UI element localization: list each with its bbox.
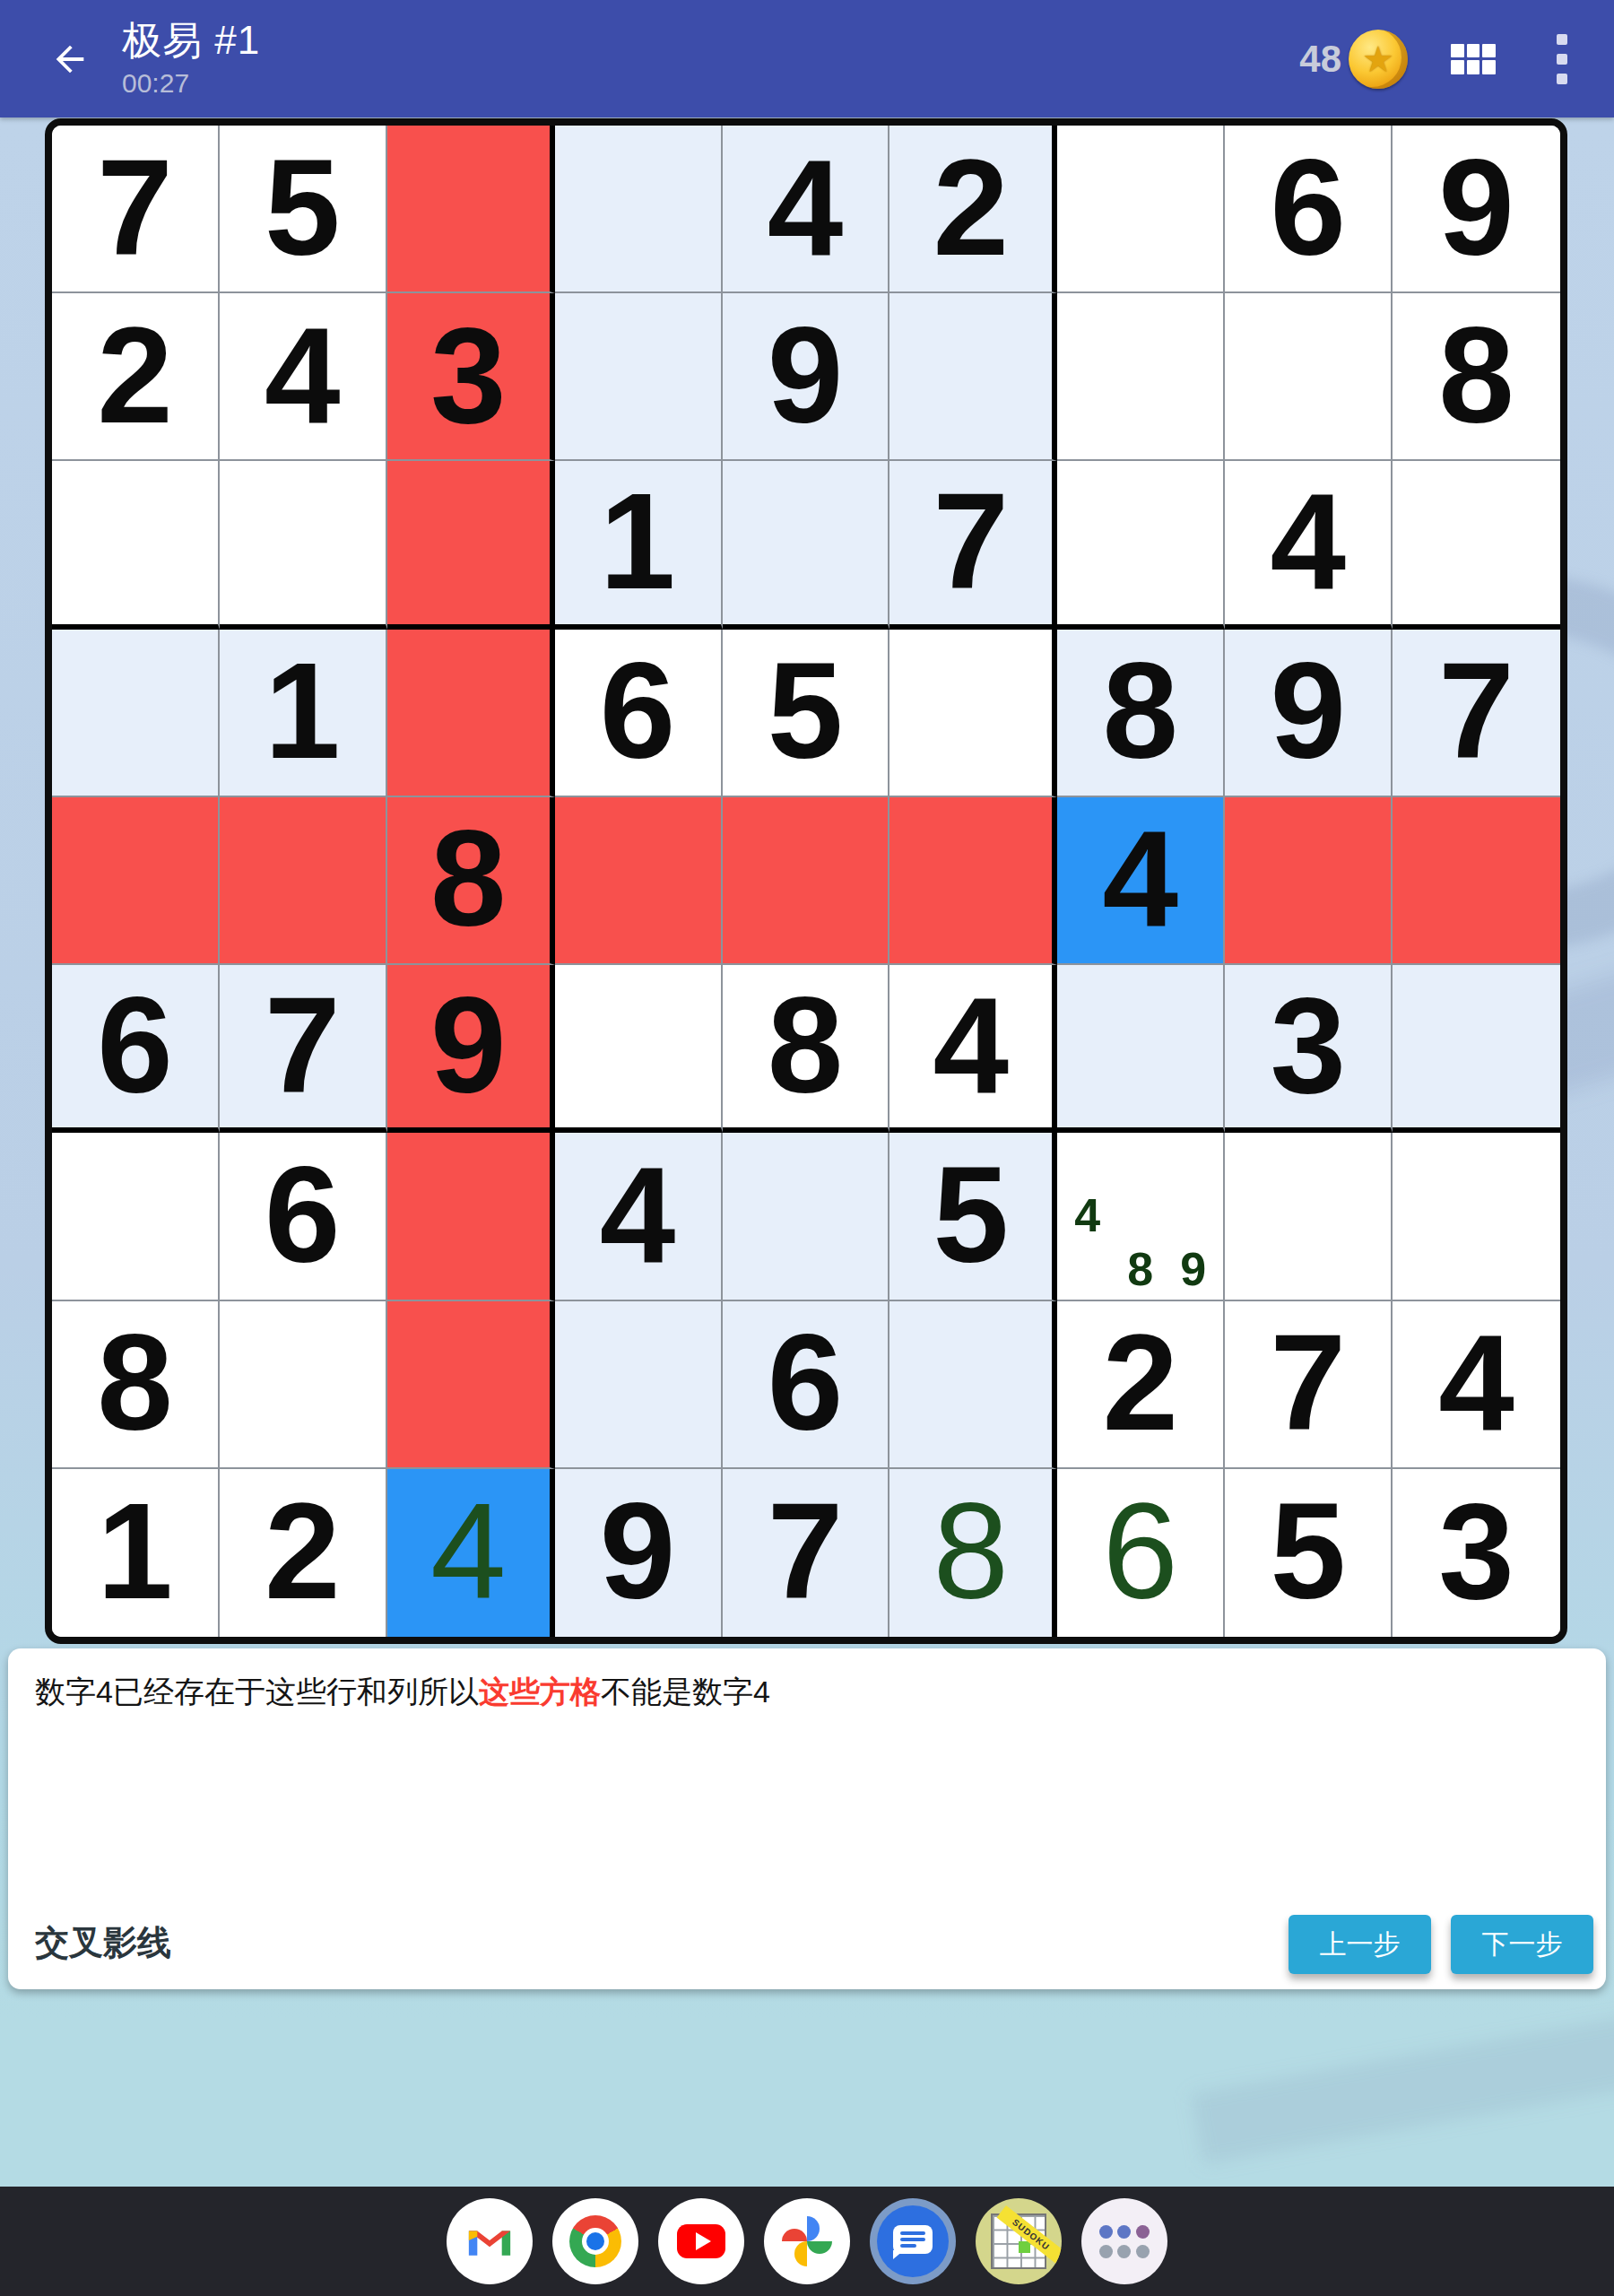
- background-watermark-stripe-2: [1191, 1997, 1614, 2164]
- cell-r2c3[interactable]: 3: [387, 293, 555, 461]
- given-digit: 6: [768, 1314, 844, 1450]
- cell-r6c6[interactable]: 4: [889, 965, 1057, 1133]
- cell-r5c3[interactable]: 8: [387, 797, 555, 965]
- cell-r7c6[interactable]: 5: [889, 1133, 1057, 1300]
- sudoku-board: 7542692439817416589784679843645489862741…: [45, 118, 1567, 1644]
- cell-r4c6[interactable]: [889, 630, 1057, 797]
- next-step-button[interactable]: 下一步: [1451, 1915, 1593, 1974]
- pencil-marks: 489: [1061, 1136, 1219, 1295]
- user-digit: 6: [1103, 1483, 1179, 1619]
- cell-r3c5[interactable]: [723, 461, 890, 629]
- given-digit: 7: [97, 139, 173, 275]
- given-digit: 1: [97, 1483, 173, 1619]
- given-digit: 7: [768, 1483, 844, 1619]
- cell-r9c5[interactable]: 7: [723, 1469, 890, 1637]
- chrome-icon[interactable]: [552, 2198, 638, 2284]
- technique-label: 交叉影线: [35, 1920, 171, 1966]
- cell-r8c1[interactable]: 8: [52, 1301, 220, 1469]
- cell-r7c9[interactable]: [1393, 1133, 1560, 1300]
- cell-r4c3[interactable]: [387, 630, 555, 797]
- given-digit: 5: [768, 642, 844, 778]
- given-digit: 3: [1438, 1483, 1514, 1619]
- cell-r3c2[interactable]: [220, 461, 387, 629]
- given-digit: 1: [600, 473, 676, 609]
- cell-r6c5[interactable]: 8: [723, 965, 890, 1133]
- given-digit: 7: [933, 473, 1010, 609]
- cell-r2c4[interactable]: [555, 293, 723, 461]
- given-digit: 9: [768, 307, 844, 443]
- overflow-menu-icon[interactable]: [1557, 34, 1567, 84]
- cell-r8c4[interactable]: [555, 1301, 723, 1469]
- cell-r5c2[interactable]: [220, 797, 387, 965]
- given-digit: 4: [768, 139, 844, 275]
- given-digit: 2: [97, 307, 173, 443]
- cell-r8c5[interactable]: 6: [723, 1301, 890, 1469]
- given-digit: 5: [1270, 1483, 1346, 1619]
- arrow-left-icon: [49, 39, 91, 80]
- given-digit: 6: [265, 1146, 341, 1283]
- coin-count: 48: [1299, 38, 1341, 81]
- cell-r1c2[interactable]: 5: [220, 126, 387, 293]
- given-digit: 6: [1270, 139, 1346, 275]
- cell-r8c6[interactable]: [889, 1301, 1057, 1469]
- cell-r3c9[interactable]: [1393, 461, 1560, 629]
- game-timer: 00:27: [122, 68, 260, 99]
- cell-r2c5[interactable]: 9: [723, 293, 890, 461]
- cell-r4c5[interactable]: 5: [723, 630, 890, 797]
- cell-r5c1[interactable]: [52, 797, 220, 965]
- cell-r6c3[interactable]: 9: [387, 965, 555, 1133]
- cell-r1c3[interactable]: [387, 126, 555, 293]
- given-digit: 7: [265, 977, 341, 1113]
- given-digit: 4: [265, 307, 341, 443]
- cell-r7c3[interactable]: [387, 1133, 555, 1300]
- user-digit: 4: [430, 1483, 507, 1619]
- cell-r2c9[interactable]: 8: [1393, 293, 1560, 461]
- cell-r9c7[interactable]: 6: [1057, 1469, 1225, 1637]
- cell-r3c6[interactable]: 7: [889, 461, 1057, 629]
- board-grid-icon[interactable]: [1451, 44, 1496, 74]
- cell-r8c8[interactable]: 7: [1225, 1301, 1393, 1469]
- hint-buttons: 上一步 下一步: [1289, 1915, 1593, 1974]
- cell-r6c8[interactable]: 3: [1225, 965, 1393, 1133]
- cell-r8c9[interactable]: 4: [1393, 1301, 1560, 1469]
- cell-r7c1[interactable]: [52, 1133, 220, 1300]
- given-digit: 2: [265, 1483, 341, 1619]
- cell-r6c7[interactable]: [1057, 965, 1225, 1133]
- cell-r7c5[interactable]: [723, 1133, 890, 1300]
- cell-r1c5[interactable]: 4: [723, 126, 890, 293]
- cell-r4c4[interactable]: 6: [555, 630, 723, 797]
- cell-r9c3[interactable]: 4: [387, 1469, 555, 1637]
- cell-r1c1[interactable]: 7: [52, 126, 220, 293]
- given-digit: 7: [1438, 642, 1514, 778]
- cell-r8c3[interactable]: [387, 1301, 555, 1469]
- given-digit: 4: [1270, 473, 1346, 609]
- google-photos-icon[interactable]: [764, 2198, 850, 2284]
- pencil-mark-8: 8: [1114, 1242, 1167, 1296]
- given-digit: 2: [933, 139, 1010, 275]
- cell-r5c8[interactable]: [1225, 797, 1393, 965]
- pencil-mark-4: 4: [1061, 1188, 1114, 1242]
- given-digit: 2: [1103, 1314, 1179, 1450]
- title-block: 极易 #1 00:27: [122, 19, 260, 98]
- cell-r3c8[interactable]: 4: [1225, 461, 1393, 629]
- app-drawer-icon[interactable]: [1081, 2198, 1167, 2284]
- cell-r4c2[interactable]: 1: [220, 630, 387, 797]
- given-digit: 8: [430, 810, 507, 946]
- cell-r9c4[interactable]: 9: [555, 1469, 723, 1637]
- cell-r5c4[interactable]: [555, 797, 723, 965]
- cell-r5c9[interactable]: [1393, 797, 1560, 965]
- cell-r3c4[interactable]: 1: [555, 461, 723, 629]
- given-digit: 3: [430, 307, 507, 443]
- given-digit: 4: [1438, 1314, 1514, 1450]
- hint-text: 数字4已经存在于这些行和列所以这些方格不能是数字4: [35, 1672, 1579, 1713]
- cell-r5c6[interactable]: [889, 797, 1057, 965]
- cell-r9c8[interactable]: 5: [1225, 1469, 1393, 1637]
- cell-r3c3[interactable]: [387, 461, 555, 629]
- app-bar-actions: 48 ★: [1299, 0, 1614, 117]
- given-digit: 5: [933, 1146, 1010, 1283]
- back-button[interactable]: [43, 32, 97, 86]
- previous-step-button[interactable]: 上一步: [1289, 1915, 1431, 1974]
- youtube-icon[interactable]: [658, 2198, 744, 2284]
- given-digit: 9: [1270, 642, 1346, 778]
- given-digit: 3: [1270, 977, 1346, 1113]
- given-digit: 8: [1438, 307, 1514, 443]
- given-digit: 8: [97, 1314, 173, 1450]
- sudoku-app-icon[interactable]: SUDOKU: [976, 2198, 1062, 2284]
- cell-r6c9[interactable]: [1393, 965, 1560, 1133]
- given-digit: 8: [768, 977, 844, 1113]
- app-bar: 极易 #1 00:27 48 ★: [0, 0, 1614, 117]
- gmail-icon[interactable]: [447, 2198, 533, 2284]
- hint-text-highlight: 这些方格: [479, 1674, 601, 1709]
- given-digit: 9: [1438, 139, 1514, 275]
- cell-r3c1[interactable]: [52, 461, 220, 629]
- cell-r5c7[interactable]: 4: [1057, 797, 1225, 965]
- messages-icon[interactable]: [870, 2198, 956, 2284]
- cell-r3c7[interactable]: [1057, 461, 1225, 629]
- cell-r9c9[interactable]: 3: [1393, 1469, 1560, 1637]
- cell-r8c2[interactable]: [220, 1301, 387, 1469]
- page-title: 极易 #1: [122, 19, 260, 62]
- hint-text-before: 数字4已经存在于这些行和列所以: [35, 1674, 479, 1709]
- cell-r2c1[interactable]: 2: [52, 293, 220, 461]
- cell-r6c4[interactable]: [555, 965, 723, 1133]
- cell-r6c1[interactable]: 6: [52, 965, 220, 1133]
- cell-r7c4[interactable]: 4: [555, 1133, 723, 1300]
- cell-r7c7[interactable]: 489: [1057, 1133, 1225, 1300]
- given-digit: 5: [265, 139, 341, 275]
- given-digit: 6: [600, 642, 676, 778]
- android-dock: SUDOKU: [0, 2187, 1614, 2296]
- cell-r7c8[interactable]: [1225, 1133, 1393, 1300]
- cell-r7c2[interactable]: 6: [220, 1133, 387, 1300]
- cell-r1c7[interactable]: [1057, 126, 1225, 293]
- cell-r4c1[interactable]: [52, 630, 220, 797]
- given-digit: 4: [600, 1146, 676, 1283]
- cell-r1c6[interactable]: 2: [889, 126, 1057, 293]
- cell-r5c5[interactable]: [723, 797, 890, 965]
- cell-r8c7[interactable]: 2: [1057, 1301, 1225, 1469]
- given-digit: 4: [933, 977, 1010, 1113]
- cell-r4c7[interactable]: 8: [1057, 630, 1225, 797]
- given-digit: 7: [1270, 1314, 1346, 1450]
- cell-r1c9[interactable]: 9: [1393, 126, 1560, 293]
- cell-r9c1[interactable]: 1: [52, 1469, 220, 1637]
- cell-r4c8[interactable]: 9: [1225, 630, 1393, 797]
- hint-panel: 数字4已经存在于这些行和列所以这些方格不能是数字4 交叉影线 上一步 下一步: [8, 1648, 1606, 1989]
- cell-r4c9[interactable]: 7: [1393, 630, 1560, 797]
- cell-r9c2[interactable]: 2: [220, 1469, 387, 1637]
- pencil-mark-9: 9: [1167, 1242, 1219, 1296]
- hint-text-after: 不能是数字4: [601, 1674, 770, 1709]
- given-digit: 9: [430, 977, 507, 1113]
- cell-r2c8[interactable]: [1225, 293, 1393, 461]
- given-digit: 1: [265, 642, 341, 778]
- cell-r1c8[interactable]: 6: [1225, 126, 1393, 293]
- cell-r9c6[interactable]: 8: [889, 1469, 1057, 1637]
- cell-r2c2[interactable]: 4: [220, 293, 387, 461]
- user-digit: 8: [933, 1483, 1010, 1619]
- given-digit: 4: [1103, 810, 1179, 946]
- given-digit: 8: [1103, 642, 1179, 778]
- cell-r1c4[interactable]: [555, 126, 723, 293]
- given-digit: 9: [600, 1483, 676, 1619]
- coin-icon[interactable]: ★: [1349, 30, 1408, 89]
- given-digit: 6: [97, 977, 173, 1113]
- cell-r2c7[interactable]: [1057, 293, 1225, 461]
- cell-r2c6[interactable]: [889, 293, 1057, 461]
- cell-r6c2[interactable]: 7: [220, 965, 387, 1133]
